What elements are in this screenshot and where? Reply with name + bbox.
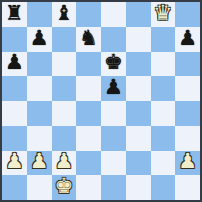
- square-e5[interactable]: ♟: [101, 76, 126, 101]
- piece-black-pawn: ♟: [178, 28, 197, 49]
- square-b8[interactable]: [27, 2, 52, 27]
- chess-board-frame: ♜♝♛♟♞♟♟♚♟♟♟♟♟♚: [0, 0, 202, 202]
- piece-black-king: ♚: [104, 52, 123, 73]
- square-a1[interactable]: [2, 175, 27, 200]
- square-a7[interactable]: [2, 27, 27, 52]
- square-e3[interactable]: [101, 126, 126, 151]
- piece-white-pawn: ♟: [54, 151, 73, 172]
- square-a3[interactable]: [2, 126, 27, 151]
- square-a5[interactable]: [2, 76, 27, 101]
- square-e6[interactable]: ♚: [101, 52, 126, 77]
- square-h7[interactable]: ♟: [175, 27, 200, 52]
- square-f1[interactable]: [126, 175, 151, 200]
- square-f3[interactable]: [126, 126, 151, 151]
- square-b5[interactable]: [27, 76, 52, 101]
- square-h6[interactable]: [175, 52, 200, 77]
- square-c7[interactable]: [52, 27, 77, 52]
- square-e4[interactable]: [101, 101, 126, 126]
- piece-white-pawn: ♟: [178, 151, 197, 172]
- square-f7[interactable]: [126, 27, 151, 52]
- square-h1[interactable]: [175, 175, 200, 200]
- square-f6[interactable]: [126, 52, 151, 77]
- piece-black-bishop: ♝: [54, 3, 73, 24]
- square-e8[interactable]: [101, 2, 126, 27]
- square-g5[interactable]: [151, 76, 176, 101]
- square-c5[interactable]: [52, 76, 77, 101]
- square-e1[interactable]: [101, 175, 126, 200]
- piece-white-pawn: ♟: [5, 151, 24, 172]
- square-b3[interactable]: [27, 126, 52, 151]
- square-h8[interactable]: [175, 2, 200, 27]
- piece-black-knight: ♞: [79, 28, 98, 49]
- square-c1[interactable]: ♚: [52, 175, 77, 200]
- square-a8[interactable]: ♜: [2, 2, 27, 27]
- square-f4[interactable]: [126, 101, 151, 126]
- square-f2[interactable]: [126, 151, 151, 176]
- square-a6[interactable]: ♟: [2, 52, 27, 77]
- square-b4[interactable]: [27, 101, 52, 126]
- piece-white-pawn: ♟: [30, 151, 49, 172]
- square-c2[interactable]: ♟: [52, 151, 77, 176]
- square-d2[interactable]: [76, 151, 101, 176]
- square-d5[interactable]: [76, 76, 101, 101]
- square-e2[interactable]: [101, 151, 126, 176]
- square-c8[interactable]: ♝: [52, 2, 77, 27]
- square-g2[interactable]: [151, 151, 176, 176]
- square-e7[interactable]: [101, 27, 126, 52]
- square-d1[interactable]: [76, 175, 101, 200]
- square-g7[interactable]: [151, 27, 176, 52]
- piece-black-pawn: ♟: [5, 52, 24, 73]
- square-b1[interactable]: [27, 175, 52, 200]
- square-d8[interactable]: [76, 2, 101, 27]
- piece-black-pawn: ♟: [104, 77, 123, 98]
- piece-black-pawn: ♟: [30, 28, 49, 49]
- piece-black-rook: ♜: [5, 3, 24, 24]
- square-d4[interactable]: [76, 101, 101, 126]
- piece-white-queen: ♛: [153, 3, 172, 24]
- square-b2[interactable]: ♟: [27, 151, 52, 176]
- square-g8[interactable]: ♛: [151, 2, 176, 27]
- square-g3[interactable]: [151, 126, 176, 151]
- square-d7[interactable]: ♞: [76, 27, 101, 52]
- square-a4[interactable]: [2, 101, 27, 126]
- square-b6[interactable]: [27, 52, 52, 77]
- piece-white-king: ♚: [54, 176, 73, 197]
- square-a2[interactable]: ♟: [2, 151, 27, 176]
- square-g4[interactable]: [151, 101, 176, 126]
- square-g6[interactable]: [151, 52, 176, 77]
- square-c4[interactable]: [52, 101, 77, 126]
- square-f8[interactable]: [126, 2, 151, 27]
- square-d6[interactable]: [76, 52, 101, 77]
- square-c3[interactable]: [52, 126, 77, 151]
- square-h4[interactable]: [175, 101, 200, 126]
- square-c6[interactable]: [52, 52, 77, 77]
- chess-board: ♜♝♛♟♞♟♟♚♟♟♟♟♟♚: [2, 2, 200, 200]
- square-h2[interactable]: ♟: [175, 151, 200, 176]
- square-h5[interactable]: [175, 76, 200, 101]
- square-h3[interactable]: [175, 126, 200, 151]
- square-d3[interactable]: [76, 126, 101, 151]
- square-f5[interactable]: [126, 76, 151, 101]
- square-b7[interactable]: ♟: [27, 27, 52, 52]
- square-g1[interactable]: [151, 175, 176, 200]
